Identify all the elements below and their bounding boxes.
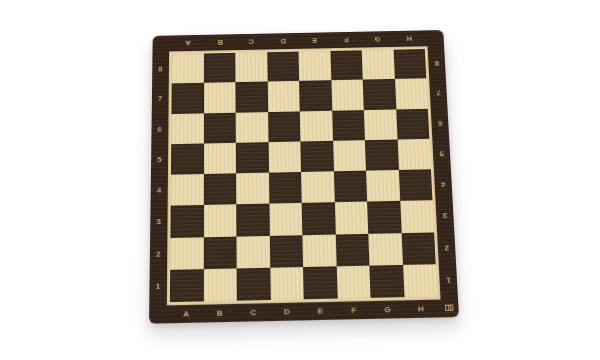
square-f5 bbox=[333, 140, 366, 171]
square-h5 bbox=[397, 139, 431, 170]
square-g4 bbox=[366, 170, 400, 202]
square-c1 bbox=[237, 268, 271, 301]
square-g2 bbox=[368, 233, 402, 266]
square-b8 bbox=[204, 53, 236, 83]
rank-label-right-4: 4 bbox=[434, 169, 453, 200]
file-label-top-a: A bbox=[172, 35, 204, 51]
square-d2 bbox=[269, 235, 303, 268]
file-label-bottom-h: H bbox=[404, 300, 438, 319]
square-d8 bbox=[267, 52, 299, 82]
square-a7 bbox=[171, 83, 203, 114]
square-a4 bbox=[171, 174, 204, 206]
board-frame: ABCDEFGH ABCDEFGH 87654321 87654321 bbox=[149, 30, 459, 324]
square-g3 bbox=[367, 201, 401, 233]
rank-label-left-1: 1 bbox=[149, 270, 167, 303]
square-h3 bbox=[400, 200, 434, 232]
square-d4 bbox=[269, 172, 302, 204]
square-b5 bbox=[203, 143, 236, 174]
rank-label-left-2: 2 bbox=[150, 238, 168, 270]
file-label-bottom-f: F bbox=[337, 301, 371, 320]
square-d1 bbox=[270, 267, 304, 300]
square-g7 bbox=[363, 79, 396, 110]
maker-logo bbox=[443, 303, 456, 312]
file-label-top-b: B bbox=[204, 34, 236, 50]
square-f1 bbox=[336, 265, 370, 298]
file-label-bottom-b: B bbox=[203, 304, 237, 323]
file-label-top-e: E bbox=[298, 32, 330, 48]
square-a8 bbox=[172, 54, 204, 84]
file-label-top-d: D bbox=[267, 33, 299, 49]
square-c5 bbox=[236, 142, 269, 173]
square-h6 bbox=[396, 108, 430, 139]
square-d5 bbox=[268, 141, 301, 172]
file-label-top-g: G bbox=[361, 31, 393, 47]
rank-label-right-6: 6 bbox=[431, 108, 449, 139]
square-f3 bbox=[334, 202, 368, 234]
file-label-bottom-g: G bbox=[371, 300, 405, 319]
file-label-top-h: H bbox=[392, 30, 424, 46]
square-f7 bbox=[331, 80, 364, 111]
square-e8 bbox=[298, 51, 330, 81]
file-label-bottom-e: E bbox=[304, 302, 338, 321]
file-label-bottom-a: A bbox=[170, 305, 204, 324]
chessboard: ABCDEFGH ABCDEFGH 87654321 87654321 bbox=[149, 30, 459, 324]
rank-label-left-4: 4 bbox=[151, 175, 168, 207]
maker-logo-icon bbox=[445, 305, 454, 311]
rank-label-left-5: 5 bbox=[151, 144, 168, 175]
square-g8 bbox=[362, 50, 395, 80]
square-f4 bbox=[333, 171, 367, 203]
square-e5 bbox=[300, 141, 333, 172]
square-a2 bbox=[170, 237, 203, 270]
square-e2 bbox=[302, 234, 336, 267]
playing-field bbox=[167, 46, 441, 305]
rank-label-right-7: 7 bbox=[429, 78, 447, 108]
rank-label-right-5: 5 bbox=[432, 138, 451, 169]
square-d3 bbox=[269, 203, 302, 235]
square-f8 bbox=[330, 50, 363, 80]
square-a1 bbox=[170, 269, 203, 302]
square-b6 bbox=[204, 112, 236, 143]
rank-label-left-6: 6 bbox=[151, 114, 168, 145]
file-label-bottom-c: C bbox=[237, 303, 271, 322]
square-d7 bbox=[267, 81, 299, 112]
square-d6 bbox=[268, 111, 301, 142]
square-h7 bbox=[395, 79, 428, 110]
file-label-top-f: F bbox=[330, 32, 362, 48]
square-h8 bbox=[393, 49, 426, 79]
square-h1 bbox=[403, 264, 438, 297]
square-c4 bbox=[236, 173, 269, 205]
square-a5 bbox=[171, 143, 204, 174]
square-a3 bbox=[170, 205, 203, 237]
square-e4 bbox=[301, 171, 334, 203]
rank-label-right-3: 3 bbox=[435, 200, 454, 232]
square-f2 bbox=[335, 233, 369, 266]
square-a6 bbox=[171, 113, 203, 144]
file-label-top-c: C bbox=[235, 34, 267, 50]
square-b7 bbox=[204, 82, 236, 113]
square-e3 bbox=[302, 202, 336, 234]
square-c2 bbox=[236, 235, 269, 268]
file-label-bottom-d: D bbox=[270, 302, 304, 321]
rank-label-right-1: 1 bbox=[439, 264, 458, 297]
square-g1 bbox=[369, 265, 404, 298]
rank-label-right-2: 2 bbox=[437, 232, 456, 264]
square-g5 bbox=[365, 139, 399, 170]
square-b2 bbox=[203, 236, 236, 269]
square-c6 bbox=[236, 112, 268, 143]
square-h2 bbox=[401, 232, 436, 265]
rank-label-left-8: 8 bbox=[152, 54, 169, 84]
square-e7 bbox=[299, 80, 332, 111]
square-f6 bbox=[332, 110, 365, 141]
square-c8 bbox=[235, 52, 267, 82]
square-b3 bbox=[203, 205, 236, 237]
square-b1 bbox=[203, 268, 236, 301]
square-g6 bbox=[364, 109, 397, 140]
square-c7 bbox=[235, 82, 267, 113]
square-c3 bbox=[236, 204, 269, 236]
square-e6 bbox=[300, 110, 333, 141]
rank-label-left-7: 7 bbox=[152, 84, 169, 114]
square-b4 bbox=[203, 173, 236, 205]
rank-label-right-8: 8 bbox=[428, 49, 446, 79]
square-e1 bbox=[303, 266, 337, 299]
board-squares bbox=[170, 49, 437, 302]
rank-labels-left: 87654321 bbox=[149, 54, 169, 302]
rank-label-left-3: 3 bbox=[150, 206, 168, 238]
photo-background: ABCDEFGH ABCDEFGH 87654321 87654321 bbox=[0, 0, 600, 360]
square-h4 bbox=[398, 169, 432, 201]
